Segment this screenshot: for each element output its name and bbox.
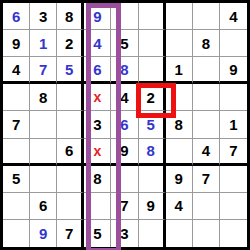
cell-r6c3[interactable]: 6 (57, 139, 84, 166)
cell-r5c3[interactable] (57, 111, 84, 138)
cell-r2c8[interactable]: 8 (193, 30, 220, 57)
cell-r9c2[interactable]: 9 (30, 220, 57, 247)
cell-r5c9[interactable]: 1 (220, 111, 247, 138)
cell-r5c1[interactable]: 7 (3, 111, 30, 138)
cell-r6c7[interactable] (166, 139, 193, 166)
cell-r1c5[interactable] (111, 3, 138, 30)
cell-r8c8[interactable] (193, 193, 220, 220)
cell-r3c3[interactable]: 5 (57, 57, 84, 84)
cell-r7c6[interactable] (139, 166, 166, 193)
cell-r1c7[interactable] (166, 3, 193, 30)
cell-r8c4[interactable] (84, 193, 111, 220)
cell-r7c4[interactable]: 8 (84, 166, 111, 193)
cell-r6c6[interactable]: 8 (139, 139, 166, 166)
cell-r7c3[interactable] (57, 166, 84, 193)
cell-r7c2[interactable] (30, 166, 57, 193)
cell-r8c7[interactable]: 4 (166, 193, 193, 220)
cell-r2c2[interactable]: 1 (30, 30, 57, 57)
cell-r9c5[interactable]: 3 (111, 220, 138, 247)
cell-r6c2[interactable] (30, 139, 57, 166)
cell-r7c5[interactable] (111, 166, 138, 193)
cell-r2c9[interactable] (220, 30, 247, 57)
cell-r9c3[interactable]: 7 (57, 220, 84, 247)
cell-r5c7[interactable]: 8 (166, 111, 193, 138)
cell-r2c3[interactable]: 2 (57, 30, 84, 57)
cell-r8c9[interactable] (220, 193, 247, 220)
cell-r8c5[interactable]: 7 (111, 193, 138, 220)
cell-r4c7[interactable] (166, 84, 193, 111)
cell-r3c8[interactable] (193, 57, 220, 84)
cell-r1c3[interactable]: 8 (57, 3, 84, 30)
cell-r5c4[interactable]: 3 (84, 111, 111, 138)
cell-r8c3[interactable] (57, 193, 84, 220)
cell-r4c3[interactable] (57, 84, 84, 111)
cell-r3c9[interactable]: 9 (220, 57, 247, 84)
cell-r5c8[interactable] (193, 111, 220, 138)
cell-r4c6[interactable]: 2 (139, 84, 166, 111)
cell-r3c2[interactable]: 7 (30, 57, 57, 84)
cell-r3c7[interactable]: 1 (166, 57, 193, 84)
cell-r4c8[interactable] (193, 84, 220, 111)
cell-r3c1[interactable]: 4 (3, 57, 30, 84)
cell-r1c1[interactable]: 6 (3, 3, 30, 30)
cell-r3c5[interactable]: 8 (111, 57, 138, 84)
cell-r9c8[interactable] (193, 220, 220, 247)
cell-r6c5[interactable]: 9 (111, 139, 138, 166)
cell-r2c5[interactable]: 5 (111, 30, 138, 57)
cell-r8c1[interactable] (3, 193, 30, 220)
cell-r1c4[interactable]: 9 (84, 3, 111, 30)
cell-r9c9[interactable] (220, 220, 247, 247)
cell-r4c5[interactable]: 4 (111, 84, 138, 111)
cell-r6c1[interactable] (3, 139, 30, 166)
cell-r5c6[interactable]: 5 (139, 111, 166, 138)
cell-r4c4[interactable]: x (84, 84, 111, 111)
cell-r6c9[interactable]: 7 (220, 139, 247, 166)
cell-r7c7[interactable]: 9 (166, 166, 193, 193)
cell-r6c8[interactable]: 4 (193, 139, 220, 166)
cell-r9c1[interactable] (3, 220, 30, 247)
cell-r7c1[interactable]: 5 (3, 166, 30, 193)
cell-r8c2[interactable]: 6 (30, 193, 57, 220)
cell-r9c4[interactable]: 5 (84, 220, 111, 247)
cell-r8c6[interactable]: 9 (139, 193, 166, 220)
cell-r1c9[interactable]: 4 (220, 3, 247, 30)
cell-r1c8[interactable] (193, 3, 220, 30)
cell-r1c6[interactable] (139, 3, 166, 30)
cell-r6c4[interactable]: x (84, 139, 111, 166)
cell-r7c9[interactable] (220, 166, 247, 193)
cell-r4c1[interactable] (3, 84, 30, 111)
cell-r4c9[interactable] (220, 84, 247, 111)
cell-r4c2[interactable]: 8 (30, 84, 57, 111)
cell-r3c6[interactable] (139, 57, 166, 84)
cell-r5c5[interactable]: 6 (111, 111, 138, 138)
cell-r2c4[interactable]: 4 (84, 30, 111, 57)
cell-r2c6[interactable] (139, 30, 166, 57)
cell-r7c8[interactable]: 7 (193, 166, 220, 193)
cell-r5c2[interactable] (30, 111, 57, 138)
sudoku-board: 6389491245847568198x427365816x9847589767… (0, 0, 250, 250)
cell-r9c7[interactable] (166, 220, 193, 247)
cell-r1c2[interactable]: 3 (30, 3, 57, 30)
cell-r9c6[interactable] (139, 220, 166, 247)
cell-r3c4[interactable]: 6 (84, 57, 111, 84)
cell-r2c7[interactable] (166, 30, 193, 57)
cell-r2c1[interactable]: 9 (3, 30, 30, 57)
